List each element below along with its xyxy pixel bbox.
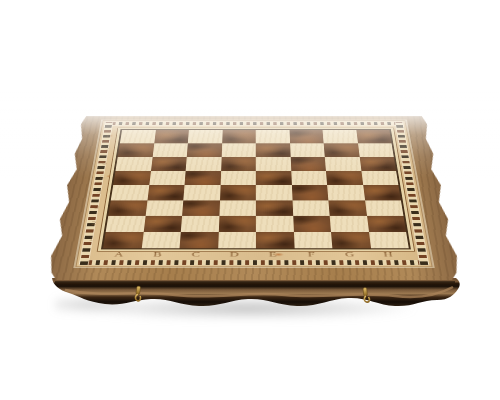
rank-label-6: 6 <box>97 160 112 165</box>
square-f6 <box>290 157 326 171</box>
case-side <box>45 278 463 318</box>
mosaic-strip-bottom <box>80 260 428 264</box>
square-h3 <box>365 200 404 215</box>
square-f3 <box>292 200 330 215</box>
square-f2 <box>293 216 331 232</box>
square-b3 <box>145 200 183 215</box>
square-b8 <box>154 130 189 143</box>
file-label-e: E <box>254 248 293 260</box>
square-c4 <box>183 185 220 200</box>
file-label-g: G <box>330 248 370 260</box>
square-c8 <box>188 130 222 143</box>
square-h8 <box>356 130 392 143</box>
square-h1 <box>369 232 409 249</box>
file-label-c: C <box>177 248 216 260</box>
square-g3 <box>328 200 366 215</box>
square-a1 <box>103 232 143 249</box>
square-c7 <box>187 143 222 157</box>
square-g1 <box>331 232 371 249</box>
square-e1 <box>256 232 294 249</box>
rank-label-8: 8 <box>102 133 117 138</box>
square-d1 <box>218 232 256 249</box>
square-e3 <box>256 200 293 215</box>
file-label-d: D <box>215 248 254 260</box>
perspective-scene: 8 7 6 5 4 3 2 1 A B C D E F G H <box>46 0 462 280</box>
square-a4 <box>111 185 149 200</box>
square-c2 <box>181 216 219 232</box>
square-h7 <box>358 143 394 157</box>
square-g2 <box>330 216 369 232</box>
square-f7 <box>290 143 325 157</box>
square-g6 <box>325 157 361 171</box>
square-h2 <box>367 216 407 232</box>
file-label-h: H <box>369 248 409 260</box>
mosaic-strip-top <box>105 122 403 125</box>
square-d3 <box>219 200 256 215</box>
square-b5 <box>149 171 186 185</box>
product-photo: 8 7 6 5 4 3 2 1 A B C D E F G H <box>0 0 500 400</box>
square-g8 <box>323 130 358 143</box>
square-a3 <box>108 200 147 215</box>
square-c1 <box>180 232 219 249</box>
square-d4 <box>220 185 256 200</box>
square-h4 <box>363 185 401 200</box>
square-f4 <box>291 185 328 200</box>
square-d2 <box>218 216 256 232</box>
square-e7 <box>256 143 291 157</box>
square-a2 <box>106 216 145 232</box>
square-e8 <box>256 130 290 143</box>
square-b2 <box>143 216 182 232</box>
chess-board: 8 7 6 5 4 3 2 1 A B C D E F G H <box>46 116 462 280</box>
square-e2 <box>256 216 294 232</box>
square-c5 <box>184 171 220 185</box>
file-label-a: A <box>99 248 139 260</box>
square-f8 <box>289 130 324 143</box>
rank-label-4: 4 <box>92 189 108 195</box>
board-grid <box>101 129 411 249</box>
file-label-f: F <box>292 248 331 260</box>
square-e5 <box>256 171 292 185</box>
rank-label-2: 2 <box>86 220 102 226</box>
rank-label-1: 1 <box>83 236 99 242</box>
square-a5 <box>113 171 150 185</box>
square-h6 <box>359 157 396 171</box>
file-labels: A B C D E F G H <box>99 248 409 260</box>
square-g7 <box>324 143 360 157</box>
square-d7 <box>221 143 255 157</box>
rank-label-5: 5 <box>94 174 109 180</box>
square-c6 <box>186 157 222 171</box>
square-a8 <box>120 130 156 143</box>
square-b1 <box>141 232 181 249</box>
square-g5 <box>326 171 363 185</box>
square-d5 <box>220 171 256 185</box>
square-e6 <box>256 157 291 171</box>
square-a6 <box>116 157 153 171</box>
square-b6 <box>151 157 187 171</box>
square-b4 <box>147 185 184 200</box>
rank-label-7: 7 <box>99 147 114 152</box>
square-f5 <box>291 171 327 185</box>
file-label-b: B <box>138 248 178 260</box>
rank-label-3: 3 <box>89 204 105 210</box>
square-g4 <box>327 185 365 200</box>
square-b7 <box>152 143 188 157</box>
square-a7 <box>118 143 154 157</box>
square-d8 <box>222 130 256 143</box>
square-c3 <box>182 200 219 215</box>
square-d6 <box>221 157 256 171</box>
square-e4 <box>256 185 292 200</box>
square-f1 <box>293 232 332 249</box>
square-h5 <box>361 171 398 185</box>
